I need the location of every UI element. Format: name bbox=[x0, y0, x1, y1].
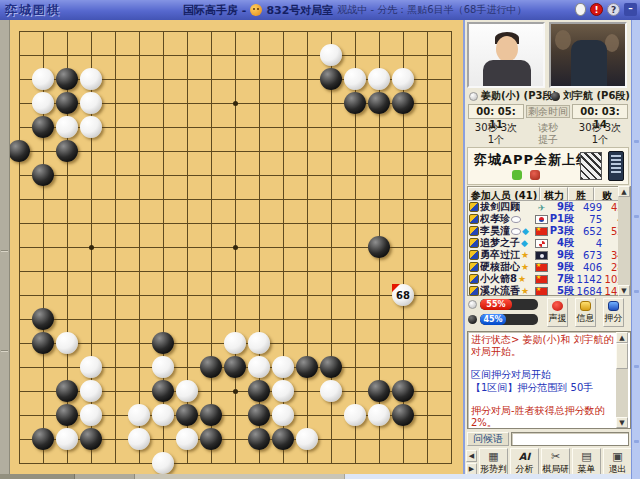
bet-button[interactable]: 押分 bbox=[603, 298, 624, 327]
pinwheel-flag-icon bbox=[535, 239, 548, 248]
game-status-text: 观战中 - 分先：黑贴6目半（68手进行中） bbox=[337, 3, 526, 17]
greeting-label[interactable]: 问候语 bbox=[467, 432, 509, 446]
black-captures: 1个 bbox=[572, 133, 628, 147]
trophy-icon: ★ bbox=[518, 274, 526, 284]
go-board[interactable]: 68 bbox=[10, 20, 463, 474]
participant-wins: 652 bbox=[574, 226, 602, 237]
black-stone bbox=[224, 356, 246, 378]
room-number: 832号对局室 bbox=[266, 3, 333, 18]
black-stone bbox=[152, 332, 174, 354]
black-stone bbox=[56, 92, 78, 114]
participant-wins: 75 bbox=[574, 214, 602, 225]
participant-wins: 4 bbox=[574, 238, 602, 249]
white-stone bbox=[248, 356, 270, 378]
research-button[interactable]: ✂ 棋局研究 bbox=[541, 448, 570, 477]
scroll-thumb[interactable] bbox=[616, 343, 628, 369]
black-stone-icon bbox=[551, 92, 560, 101]
participant-wins: 406 bbox=[574, 262, 602, 273]
star-point bbox=[233, 101, 238, 106]
side-panel: 姜勋(小) (P3段) 刘宇航 (P6段) 00: 05: 11 剩余时间 00… bbox=[463, 20, 631, 479]
black-player-photo bbox=[549, 22, 627, 88]
alert-icon[interactable]: ! bbox=[590, 3, 603, 16]
ai-icon: AI bbox=[511, 450, 538, 463]
white-stone bbox=[392, 68, 414, 90]
medal-icon bbox=[469, 274, 479, 284]
star-point bbox=[89, 245, 94, 250]
greeting-input[interactable] bbox=[511, 432, 629, 446]
white-stone bbox=[368, 68, 390, 90]
black-stone bbox=[392, 404, 414, 426]
white-player-photo bbox=[467, 22, 545, 88]
black-stone bbox=[32, 116, 54, 138]
dark-flag-icon bbox=[535, 251, 548, 260]
black-stone bbox=[368, 236, 390, 258]
black-stone-icon bbox=[468, 315, 477, 324]
white-stone-icon bbox=[469, 92, 478, 101]
white-stone bbox=[320, 380, 342, 402]
scroll-up-icon[interactable]: ▲ bbox=[618, 186, 630, 197]
cn-flag-icon bbox=[535, 275, 548, 284]
white-stone bbox=[224, 332, 246, 354]
judge-button[interactable]: ▦ 形势判断 bbox=[479, 448, 508, 477]
white-stone bbox=[80, 68, 102, 90]
white-stone bbox=[368, 404, 390, 426]
black-stone bbox=[392, 380, 414, 402]
participant-wins: 1684 bbox=[574, 286, 602, 297]
gem-icon: ◆ bbox=[522, 226, 529, 236]
banner-text: 弈城APP全新上线 bbox=[474, 151, 590, 169]
cn-flag-icon bbox=[535, 263, 548, 272]
black-stone bbox=[368, 380, 390, 402]
black-timer: 00: 03: 14 bbox=[572, 104, 628, 119]
header-wins[interactable]: 胜 bbox=[568, 187, 594, 201]
star-point bbox=[233, 389, 238, 394]
scissors-icon: ✂ bbox=[542, 450, 569, 463]
app-banner[interactable]: 弈城APP全新上线 bbox=[467, 147, 629, 185]
participant-wins: 673 bbox=[574, 250, 602, 261]
scroll-up-icon[interactable]: ▲ bbox=[616, 332, 628, 343]
medal-icon bbox=[469, 202, 479, 212]
participant-row[interactable]: 溪水流香★5段16841458 bbox=[468, 285, 630, 297]
white-stone bbox=[248, 332, 270, 354]
toolbar-spinner[interactable]: ◀▶ bbox=[466, 448, 477, 477]
white-stone-icon bbox=[468, 300, 477, 309]
status-line: 【1区间】押分范围到 50手 bbox=[471, 382, 616, 394]
cn-flag-icon bbox=[535, 287, 548, 296]
header-rank[interactable]: 棋力 bbox=[540, 187, 568, 201]
window-right-edge bbox=[631, 20, 640, 479]
white-timer: 00: 05: 11 bbox=[468, 104, 524, 119]
black-stone bbox=[248, 380, 270, 402]
white-stone bbox=[128, 404, 150, 426]
black-stone bbox=[32, 164, 54, 186]
black-stone bbox=[152, 380, 174, 402]
trophy-icon: ★ bbox=[521, 250, 529, 260]
white-captures: 1个 bbox=[468, 133, 524, 147]
black-player-name: 刘宇航 (P6段) bbox=[551, 90, 630, 102]
last-move-stone: 68 bbox=[392, 284, 414, 306]
white-stone bbox=[272, 380, 294, 402]
window-title: 国际高手房 - 832号对局室 观战中 - 分先：黑贴6目半（68手进行中） bbox=[183, 3, 526, 17]
window-status-bar bbox=[0, 474, 640, 479]
black-stone bbox=[56, 140, 78, 162]
black-stone bbox=[272, 428, 294, 450]
bottom-toolbar: ◀▶ ▦ 形势判断 AI 分析 ✂ 棋局研究 ▤ 菜单 ▣ 退出 bbox=[466, 448, 632, 477]
plane-icon: ✈ bbox=[535, 203, 548, 212]
app-logo: 弈城围棋 bbox=[0, 2, 61, 19]
black-stone bbox=[392, 92, 414, 114]
white-stone bbox=[344, 404, 366, 426]
participant-header: 参加人员 (41) 棋力 胜 败 bbox=[468, 187, 630, 201]
white-stone bbox=[176, 380, 198, 402]
star-point bbox=[233, 245, 238, 250]
scroll-down-icon[interactable]: ▼ bbox=[618, 285, 630, 296]
white-stone bbox=[128, 428, 150, 450]
black-stone bbox=[248, 404, 270, 426]
black-stone bbox=[32, 308, 54, 330]
black-bet-bar: 45% bbox=[468, 313, 538, 326]
black-stone bbox=[56, 380, 78, 402]
status-log[interactable]: 进行状态> 姜勋(小)和 刘宇航的对局开始。区间押分对局开始【1区间】押分范围到… bbox=[467, 331, 631, 429]
black-stone bbox=[344, 92, 366, 114]
android-icon bbox=[512, 170, 522, 180]
participant-table: 参加人员 (41) 棋力 胜 败 拔剑四顾✈9段499431权孝珍P1段7543… bbox=[467, 186, 631, 296]
mouse-icon[interactable] bbox=[575, 3, 586, 16]
participant-rows: 拔剑四顾✈9段499431权孝珍P1段7543李昊潼◆P3段652525追梦之子… bbox=[468, 201, 630, 297]
status-scrollbar[interactable]: ▲ ▼ bbox=[616, 332, 628, 428]
participant-scrollbar[interactable]: ▲ ▼ bbox=[618, 186, 630, 296]
go-board-grid[interactable]: 68 bbox=[19, 31, 452, 464]
white-stone bbox=[344, 68, 366, 90]
participant-name: 溪水流香 bbox=[480, 284, 520, 298]
status-line: 区间押分对局开始 bbox=[471, 369, 616, 381]
fan-icon bbox=[511, 216, 521, 223]
header-participants[interactable]: 参加人员 (41) bbox=[468, 187, 540, 201]
medal-icon bbox=[469, 250, 479, 260]
trophy-icon: ★ bbox=[521, 262, 529, 272]
window-left-edge bbox=[0, 20, 10, 474]
grid-icon: ▦ bbox=[480, 450, 507, 463]
medal-icon bbox=[469, 214, 479, 224]
black-stone bbox=[8, 140, 30, 162]
white-bet-bar: 55% bbox=[468, 298, 538, 311]
black-stone bbox=[200, 428, 222, 450]
white-stone bbox=[80, 116, 102, 138]
apple-icon bbox=[530, 170, 540, 180]
kr-flag-icon bbox=[535, 215, 548, 224]
medal-icon bbox=[469, 238, 479, 248]
room-name: 国际高手房 - bbox=[183, 3, 246, 18]
exit-icon: ▣ bbox=[604, 450, 631, 463]
white-stone bbox=[56, 116, 78, 138]
cn-flag-icon bbox=[535, 227, 548, 236]
white-stone bbox=[80, 404, 102, 426]
phone-icon bbox=[608, 151, 624, 181]
bet-icon bbox=[608, 301, 619, 311]
white-stone bbox=[320, 44, 342, 66]
captures-label: 提子 bbox=[526, 133, 570, 147]
analyze-button[interactable]: AI 分析 bbox=[510, 448, 539, 477]
white-stone bbox=[56, 332, 78, 354]
cheer-icon bbox=[552, 301, 563, 311]
black-stone bbox=[296, 356, 318, 378]
white-stone bbox=[176, 428, 198, 450]
participant-wins: 1142 bbox=[574, 274, 602, 285]
participant-wins: 499 bbox=[574, 202, 602, 213]
white-stone bbox=[80, 380, 102, 402]
white-stone bbox=[32, 68, 54, 90]
remaining-time-label: 剩余时间 bbox=[526, 105, 570, 118]
white-player-name: 姜勋(小) (P3段) bbox=[469, 90, 557, 102]
black-stone bbox=[320, 68, 342, 90]
black-stone bbox=[56, 68, 78, 90]
black-stone bbox=[56, 404, 78, 426]
white-stone bbox=[152, 452, 174, 474]
black-stone bbox=[32, 332, 54, 354]
white-stone bbox=[152, 356, 174, 378]
white-stone bbox=[152, 404, 174, 426]
black-stone bbox=[368, 92, 390, 114]
participant-rank: 5段 bbox=[548, 284, 574, 298]
help-icon[interactable]: ? bbox=[607, 3, 620, 16]
black-stone bbox=[320, 356, 342, 378]
white-stone bbox=[56, 428, 78, 450]
white-stone bbox=[80, 92, 102, 114]
menu-icon: ▤ bbox=[573, 450, 600, 463]
white-stone bbox=[32, 92, 54, 114]
white-stone bbox=[272, 356, 294, 378]
message-button[interactable]: 信息 bbox=[575, 298, 596, 327]
minimize-icon[interactable]: – bbox=[624, 3, 637, 16]
title-icons: ! ? – bbox=[575, 3, 637, 16]
medal-icon bbox=[469, 226, 479, 236]
black-stone bbox=[32, 428, 54, 450]
black-stone bbox=[200, 356, 222, 378]
white-stone bbox=[272, 404, 294, 426]
message-icon bbox=[580, 301, 591, 311]
medal-icon bbox=[469, 286, 479, 296]
status-line: 进行状态> 姜勋(小)和 刘宇航的对局开始。 bbox=[471, 334, 616, 358]
status-line: 押分对局-胜者获得总押分数的2%。 bbox=[471, 405, 616, 429]
tiger-icon bbox=[250, 4, 262, 16]
gem-icon: ◆ bbox=[521, 238, 528, 248]
black-stone bbox=[248, 428, 270, 450]
exit-button[interactable]: ▣ 退出 bbox=[603, 448, 632, 477]
greeting-row: 问候语 bbox=[467, 432, 629, 446]
medal-icon bbox=[469, 262, 479, 272]
black-stone bbox=[80, 428, 102, 450]
white-stone bbox=[296, 428, 318, 450]
scroll-down-icon[interactable]: ▼ bbox=[616, 417, 628, 428]
black-stone bbox=[200, 404, 222, 426]
title-bar: 弈城围棋 国际高手房 - 832号对局室 观战中 - 分先：黑贴6目半（68手进… bbox=[0, 0, 640, 20]
fan-icon bbox=[511, 228, 521, 235]
trophy-icon: ★ bbox=[521, 286, 529, 296]
menu-button[interactable]: ▤ 菜单 bbox=[572, 448, 601, 477]
cheer-button[interactable]: 声援 bbox=[547, 298, 568, 327]
header-losses[interactable]: 败 bbox=[594, 187, 620, 201]
qr-code bbox=[580, 152, 602, 180]
white-stone bbox=[80, 356, 102, 378]
black-stone bbox=[176, 404, 198, 426]
